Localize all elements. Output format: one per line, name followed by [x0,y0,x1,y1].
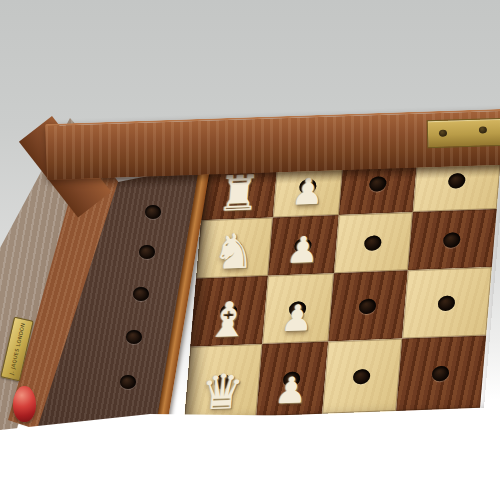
tray-hole [145,205,161,219]
piece-white-pawn: ♟ [280,300,315,337]
peg-hole [358,299,376,315]
piece-white-pawn: ♟ [290,173,325,210]
photo-stage: ♜♟♞♟♝♟♛♟ J. JAQUES LONDON [0,0,500,500]
square-c1: ♝ [190,276,268,347]
peg-hole [352,369,370,385]
piece-white-bishop: ♝ [205,294,252,344]
red-peg [13,386,36,422]
brass-hinge [427,118,500,148]
peg-hole [369,176,387,192]
square-d4 [396,335,486,411]
chess-board: ♜♟♞♟♝♟♛♟ [184,148,500,419]
square-b3 [334,212,413,273]
piece-white-queen: ♛ [199,367,246,417]
square-b4 [408,209,497,270]
square-c2: ♟ [262,273,334,344]
square-b1: ♞ [196,217,273,278]
piece-white-rook: ♜ [216,168,263,218]
square-d3 [322,339,402,414]
peg-hole [431,366,449,382]
piece-white-knight: ♞ [211,226,258,276]
peg-hole [443,232,461,248]
peg-hole [437,296,455,312]
tray-hole [126,330,142,344]
tray-hole [133,287,149,301]
square-d2: ♟ [256,341,328,416]
tray-hole [120,375,136,389]
tray-hole [139,245,155,259]
square-b2: ♟ [268,215,339,276]
piece-white-pawn: ♟ [285,232,320,269]
square-c3 [328,270,408,341]
hinge-screw [479,126,487,133]
hinge-screw [439,130,447,137]
piece-white-pawn: ♟ [274,372,309,409]
peg-hole [448,173,466,189]
peg-hole [364,235,382,251]
square-d1: ♛ [184,344,262,419]
square-c4 [402,267,492,338]
